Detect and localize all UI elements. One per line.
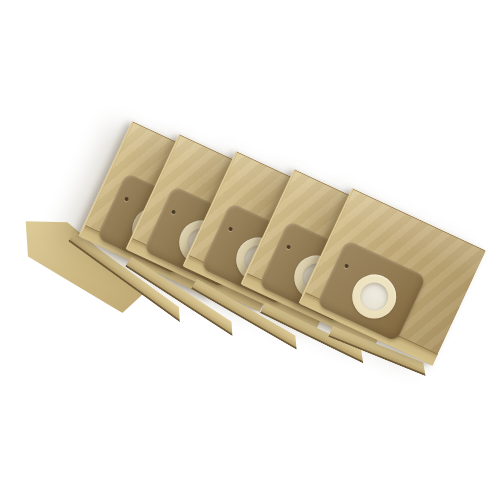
pinhole-dot: [124, 196, 129, 201]
pinhole-dot: [171, 209, 176, 214]
pinhole-dot: [228, 226, 233, 231]
inlet-port-ring: [345, 267, 403, 325]
pinhole-dot: [286, 244, 291, 249]
pinhole-dot: [344, 263, 349, 268]
product-photo-scene: [0, 0, 500, 500]
inlet-port-membrane: [356, 278, 393, 315]
